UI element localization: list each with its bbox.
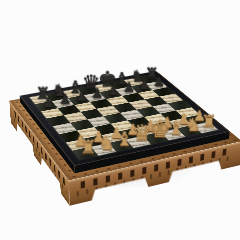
product-photo: ♜♞♝♛♚♝♞♜♟♟♟♟♟♟♟♟♟♟♟♟♟♟♟♟♜♞♝♛♚♝♞♜	[0, 0, 240, 240]
white-pawn[interactable]: ♟	[191, 108, 209, 122]
black-rook[interactable]: ♜	[144, 66, 160, 82]
black-queen[interactable]: ♛	[82, 73, 99, 93]
white-rook[interactable]: ♜	[200, 113, 219, 131]
